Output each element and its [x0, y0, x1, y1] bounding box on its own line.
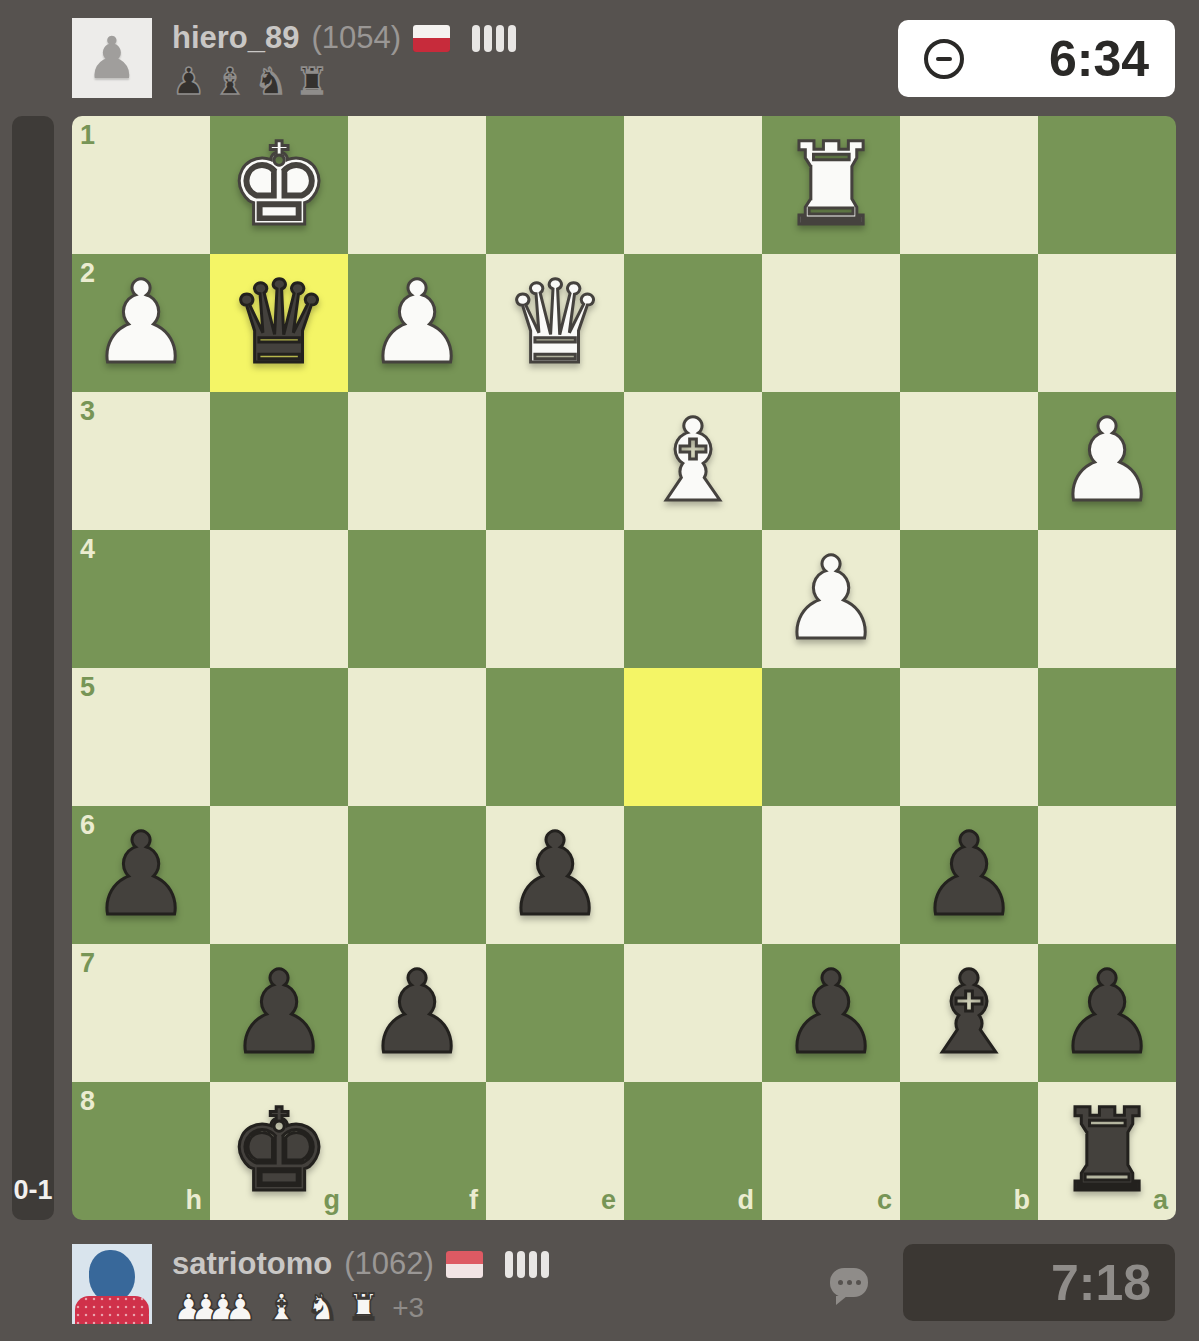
white-pawn-f2[interactable]: ♟: [348, 254, 486, 392]
square-f6[interactable]: [348, 806, 486, 944]
square-b1[interactable]: [900, 116, 1038, 254]
square-h6[interactable]: ♟6: [72, 806, 210, 944]
square-c8[interactable]: c: [762, 1082, 900, 1220]
square-c5[interactable]: [762, 668, 900, 806]
file-label-b: b: [1014, 1185, 1031, 1216]
square-g7[interactable]: ♟: [210, 944, 348, 1082]
square-c1[interactable]: ♜: [762, 116, 900, 254]
captured-pawn-icon: ♟: [224, 1286, 257, 1330]
square-h7[interactable]: 7: [72, 944, 210, 1082]
square-a3[interactable]: ♟: [1038, 392, 1176, 530]
square-h8[interactable]: 8h: [72, 1082, 210, 1220]
chess-board: 1♚♜♟2♛♟♛3♝♟4♟5♟6♟♟7♟♟♟♝♟8h♚gfedcb♜a: [72, 116, 1176, 1220]
player-card-top: ♟ hiero_89 (1054) ♟♝♞♜ 6:34: [72, 10, 1199, 110]
player-rating: (1054): [312, 20, 402, 56]
square-d4[interactable]: [624, 530, 762, 668]
black-pawn-a7[interactable]: ♟: [1038, 944, 1176, 1082]
black-queen-g2[interactable]: ♛: [210, 254, 348, 392]
rank-label-6: 6: [80, 810, 95, 841]
square-g2[interactable]: ♛: [210, 254, 348, 392]
square-e4[interactable]: [486, 530, 624, 668]
square-h1[interactable]: 1: [72, 116, 210, 254]
square-h2[interactable]: ♟2: [72, 254, 210, 392]
square-f7[interactable]: ♟: [348, 944, 486, 1082]
square-a1[interactable]: [1038, 116, 1176, 254]
square-g1[interactable]: ♚: [210, 116, 348, 254]
file-label-e: e: [601, 1185, 616, 1216]
black-pawn-c7[interactable]: ♟: [762, 944, 900, 1082]
avatar-shirt: [75, 1296, 149, 1324]
square-c4[interactable]: ♟: [762, 530, 900, 668]
captured-bishop-icon: ♝: [213, 60, 246, 104]
white-pawn-a3[interactable]: ♟: [1038, 392, 1176, 530]
square-g5[interactable]: [210, 668, 348, 806]
player-name[interactable]: hiero_89: [172, 20, 300, 56]
square-b8[interactable]: b: [900, 1082, 1038, 1220]
captured-rook-icon: ♜: [296, 60, 329, 104]
player-info: satriotomo (1062) ♟♟♟♟♝♞♜+3: [172, 1244, 549, 1330]
captured-pieces-bottom: ♟♟♟♟♝♞♜+3: [172, 1286, 549, 1330]
file-label-d: d: [738, 1185, 755, 1216]
square-b6[interactable]: ♟: [900, 806, 1038, 944]
captured-pieces-top: ♟♝♞♜: [172, 60, 516, 104]
square-f8[interactable]: f: [348, 1082, 486, 1220]
square-f3[interactable]: [348, 392, 486, 530]
player-card-bottom: satriotomo (1062) ♟♟♟♟♝♞♜+3 7:18: [72, 1236, 1199, 1336]
square-e6[interactable]: ♟: [486, 806, 624, 944]
square-c6[interactable]: [762, 806, 900, 944]
material-advantage: +3: [392, 1292, 424, 1324]
clock-paused-icon: [924, 39, 964, 79]
square-c2[interactable]: [762, 254, 900, 392]
square-h5[interactable]: 5: [72, 668, 210, 806]
square-f2[interactable]: ♟: [348, 254, 486, 392]
player-name[interactable]: satriotomo: [172, 1246, 332, 1282]
captured-pawn-icon: ♟: [172, 60, 205, 104]
square-d1[interactable]: [624, 116, 762, 254]
indonesia-flag-icon: [446, 1251, 483, 1278]
square-d3[interactable]: ♝: [624, 392, 762, 530]
square-g6[interactable]: [210, 806, 348, 944]
rank-label-4: 4: [80, 534, 95, 565]
square-g4[interactable]: [210, 530, 348, 668]
square-g3[interactable]: [210, 392, 348, 530]
clock-black: 7:18: [903, 1244, 1175, 1321]
player-info: hiero_89 (1054) ♟♝♞♜: [172, 18, 516, 104]
square-d7[interactable]: [624, 944, 762, 1082]
avatar[interactable]: [72, 1244, 152, 1324]
square-b4[interactable]: [900, 530, 1038, 668]
square-a5[interactable]: [1038, 668, 1176, 806]
square-f1[interactable]: [348, 116, 486, 254]
white-king-g1[interactable]: ♚: [210, 116, 348, 254]
file-label-g: g: [324, 1185, 341, 1216]
rank-label-3: 3: [80, 396, 95, 427]
file-label-a: a: [1153, 1185, 1168, 1216]
player-rating: (1062): [344, 1246, 434, 1282]
square-d8[interactable]: d: [624, 1082, 762, 1220]
black-pawn-f7[interactable]: ♟: [348, 944, 486, 1082]
square-e8[interactable]: e: [486, 1082, 624, 1220]
captured-bishop-icon: ♝: [265, 1286, 298, 1330]
clock-time-white: 6:34: [964, 30, 1175, 88]
square-c7[interactable]: ♟: [762, 944, 900, 1082]
square-a2[interactable]: [1038, 254, 1176, 392]
square-b3[interactable]: [900, 392, 1038, 530]
rank-label-8: 8: [80, 1086, 95, 1117]
avatar[interactable]: ♟: [72, 18, 152, 98]
square-b7[interactable]: ♝: [900, 944, 1038, 1082]
file-label-c: c: [877, 1185, 892, 1216]
black-bishop-b7[interactable]: ♝: [900, 944, 1038, 1082]
captured-knight-icon: ♞: [306, 1286, 339, 1330]
game-result: 0-1: [13, 1175, 52, 1206]
file-label-h: h: [186, 1185, 203, 1216]
square-b5[interactable]: [900, 668, 1038, 806]
square-a8[interactable]: ♜a: [1038, 1082, 1176, 1220]
square-e1[interactable]: [486, 116, 624, 254]
square-f4[interactable]: [348, 530, 486, 668]
chat-icon[interactable]: [830, 1268, 868, 1297]
square-f5[interactable]: [348, 668, 486, 806]
square-g8[interactable]: ♚g: [210, 1082, 348, 1220]
connection-signal-icon: [472, 25, 516, 52]
evaluation-bar: 0-1: [12, 116, 54, 1220]
square-h4[interactable]: 4: [72, 530, 210, 668]
black-pawn-g7[interactable]: ♟: [210, 944, 348, 1082]
connection-signal-icon: [505, 1251, 549, 1278]
square-e3[interactable]: [486, 392, 624, 530]
captured-knight-icon: ♞: [254, 60, 287, 104]
file-label-f: f: [469, 1185, 478, 1216]
square-a7[interactable]: ♟: [1038, 944, 1176, 1082]
clock-time-black: 7:18: [903, 1254, 1175, 1312]
square-b2[interactable]: [900, 254, 1038, 392]
poland-flag-icon: [413, 25, 450, 52]
avatar-head: [89, 1250, 135, 1302]
rank-label-7: 7: [80, 948, 95, 979]
square-e7[interactable]: [486, 944, 624, 1082]
square-d2[interactable]: [624, 254, 762, 392]
white-pawn-c4[interactable]: ♟: [762, 530, 900, 668]
chess-game-screen: ♟ hiero_89 (1054) ♟♝♞♜ 6:34 0-1 1♚♜♟2♛♟♛…: [0, 0, 1199, 1341]
square-e5[interactable]: [486, 668, 624, 806]
square-d6[interactable]: [624, 806, 762, 944]
black-pawn-e6[interactable]: ♟: [486, 806, 624, 944]
square-e2[interactable]: ♛: [486, 254, 624, 392]
white-rook-c1[interactable]: ♜: [762, 116, 900, 254]
rank-label-2: 2: [80, 258, 95, 289]
white-pawn-avatar-icon: ♟: [86, 24, 138, 92]
rank-label-1: 1: [80, 120, 95, 151]
square-c3[interactable]: [762, 392, 900, 530]
square-h3[interactable]: 3: [72, 392, 210, 530]
white-queen-e2[interactable]: ♛: [486, 254, 624, 392]
white-bishop-d3[interactable]: ♝: [624, 392, 762, 530]
square-a6[interactable]: [1038, 806, 1176, 944]
black-pawn-b6[interactable]: ♟: [900, 806, 1038, 944]
square-d5[interactable]: [624, 668, 762, 806]
captured-rook-icon: ♜: [347, 1286, 380, 1330]
rank-label-5: 5: [80, 672, 95, 703]
clock-white: 6:34: [898, 20, 1175, 97]
square-a4[interactable]: [1038, 530, 1176, 668]
